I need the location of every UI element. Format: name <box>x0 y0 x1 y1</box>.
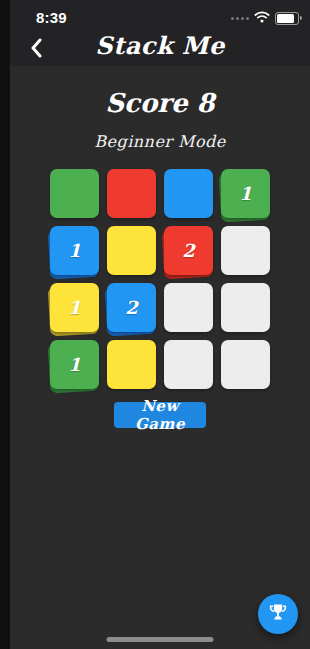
trophy-fab[interactable] <box>258 594 298 634</box>
tile-stack-count: 1 <box>239 185 252 203</box>
tile-stack-count: 1 <box>68 356 81 374</box>
tile-r1c4[interactable]: 1 <box>221 169 270 218</box>
tile-r4c3[interactable] <box>164 340 213 389</box>
tile-r3c2[interactable]: 2 <box>107 283 156 332</box>
tile-r1c3[interactable] <box>164 169 213 218</box>
app-title: Stack Me <box>10 31 310 60</box>
tile-r3c4[interactable] <box>221 283 270 332</box>
tile-stack-count: 2 <box>182 242 195 260</box>
cellular-signal-icon <box>231 17 249 20</box>
tile-stack-count: 1 <box>68 299 81 317</box>
mode-text: Beginner Mode <box>10 132 310 151</box>
tile-r3c3[interactable] <box>164 283 213 332</box>
tile-r3c1[interactable]: 1 <box>50 283 99 332</box>
tile-r2c3[interactable]: 2 <box>164 226 213 275</box>
battery-icon <box>275 12 299 25</box>
tile-r1c1[interactable] <box>50 169 99 218</box>
board-grid: 112121 <box>50 169 270 389</box>
wifi-icon <box>254 9 270 27</box>
tile-stack-count: 1 <box>68 242 81 260</box>
tile-r2c1[interactable]: 1 <box>50 226 99 275</box>
new-game-button[interactable]: New Game <box>114 402 206 428</box>
tile-r1c2[interactable] <box>107 169 156 218</box>
tile-stack-count: 2 <box>125 299 138 317</box>
tile-r4c1[interactable]: 1 <box>50 340 99 389</box>
tile-r2c4[interactable] <box>221 226 270 275</box>
tile-r2c2[interactable] <box>107 226 156 275</box>
home-indicator[interactable] <box>107 637 214 642</box>
status-time: 8:39 <box>36 9 67 26</box>
tile-r4c4[interactable] <box>221 340 270 389</box>
tile-r4c2[interactable] <box>107 340 156 389</box>
trophy-icon <box>268 602 288 626</box>
app-screen: 8:39 Stack Me Score 8 Beginner Mode 1121… <box>10 0 310 649</box>
status-icons <box>231 12 299 24</box>
score-text: Score 8 <box>10 88 310 118</box>
